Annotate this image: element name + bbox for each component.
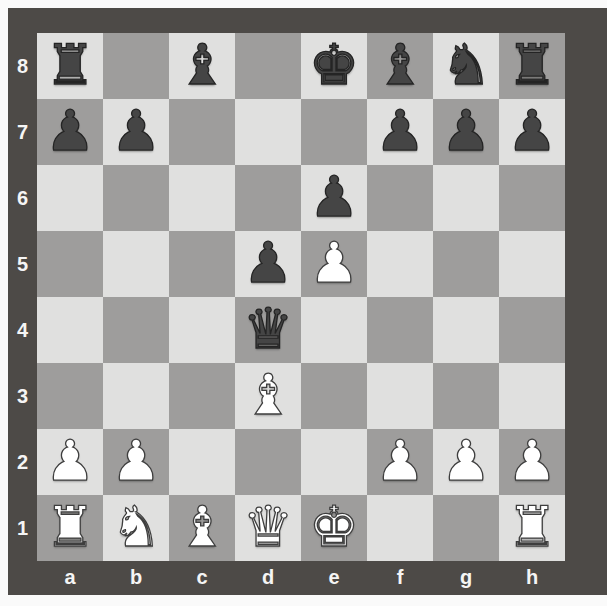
square-h8[interactable]: ♜ <box>499 33 565 99</box>
square-a6[interactable] <box>37 165 103 231</box>
rank-label-5: 5 <box>8 231 37 297</box>
square-c6[interactable] <box>169 165 235 231</box>
white-knight[interactable]: ♞ <box>103 495 169 561</box>
black-rook[interactable]: ♜ <box>499 33 565 99</box>
black-pawn[interactable]: ♟ <box>37 99 103 165</box>
black-pawn[interactable]: ♟ <box>235 231 301 297</box>
square-c3[interactable] <box>169 363 235 429</box>
square-g1[interactable] <box>433 495 499 561</box>
square-a1[interactable]: ♜ <box>37 495 103 561</box>
square-f3[interactable] <box>367 363 433 429</box>
white-bishop[interactable]: ♝ <box>235 363 301 429</box>
rank-label-6: 6 <box>8 165 37 231</box>
square-g7[interactable]: ♟ <box>433 99 499 165</box>
square-e5[interactable]: ♟ <box>301 231 367 297</box>
square-e6[interactable]: ♟ <box>301 165 367 231</box>
square-g4[interactable] <box>433 297 499 363</box>
rank-label-2: 2 <box>8 429 37 495</box>
square-f4[interactable] <box>367 297 433 363</box>
square-d6[interactable] <box>235 165 301 231</box>
black-king[interactable]: ♚ <box>301 33 367 99</box>
square-h5[interactable] <box>499 231 565 297</box>
white-pawn[interactable]: ♟ <box>433 429 499 495</box>
square-a3[interactable] <box>37 363 103 429</box>
square-b1[interactable]: ♞ <box>103 495 169 561</box>
file-label-a: a <box>37 561 103 595</box>
file-label-d: d <box>235 561 301 595</box>
file-label-e: e <box>301 561 367 595</box>
square-h6[interactable] <box>499 165 565 231</box>
square-a7[interactable]: ♟ <box>37 99 103 165</box>
file-coordinates: abcdefgh <box>37 561 565 595</box>
square-h3[interactable] <box>499 363 565 429</box>
square-b5[interactable] <box>103 231 169 297</box>
white-rook[interactable]: ♜ <box>37 495 103 561</box>
black-pawn[interactable]: ♟ <box>433 99 499 165</box>
white-pawn[interactable]: ♟ <box>37 429 103 495</box>
square-d8[interactable] <box>235 33 301 99</box>
square-f5[interactable] <box>367 231 433 297</box>
square-a8[interactable]: ♜ <box>37 33 103 99</box>
square-d2[interactable] <box>235 429 301 495</box>
square-c8[interactable]: ♝ <box>169 33 235 99</box>
square-g6[interactable] <box>433 165 499 231</box>
square-e2[interactable] <box>301 429 367 495</box>
square-f2[interactable]: ♟ <box>367 429 433 495</box>
square-c1[interactable]: ♝ <box>169 495 235 561</box>
black-pawn[interactable]: ♟ <box>367 99 433 165</box>
square-f6[interactable] <box>367 165 433 231</box>
file-label-c: c <box>169 561 235 595</box>
black-queen[interactable]: ♛ <box>235 297 301 363</box>
square-g3[interactable] <box>433 363 499 429</box>
square-f1[interactable] <box>367 495 433 561</box>
square-d5[interactable]: ♟ <box>235 231 301 297</box>
square-b3[interactable] <box>103 363 169 429</box>
rank-label-4: 4 <box>8 297 37 363</box>
square-b7[interactable]: ♟ <box>103 99 169 165</box>
square-d3[interactable]: ♝ <box>235 363 301 429</box>
square-a2[interactable]: ♟ <box>37 429 103 495</box>
square-d4[interactable]: ♛ <box>235 297 301 363</box>
rank-label-1: 1 <box>8 495 37 561</box>
file-label-f: f <box>367 561 433 595</box>
square-c4[interactable] <box>169 297 235 363</box>
square-d1[interactable]: ♛ <box>235 495 301 561</box>
square-b4[interactable] <box>103 297 169 363</box>
black-pawn[interactable]: ♟ <box>499 99 565 165</box>
file-label-h: h <box>499 561 565 595</box>
white-rook[interactable]: ♜ <box>499 495 565 561</box>
black-rook[interactable]: ♜ <box>37 33 103 99</box>
square-h4[interactable] <box>499 297 565 363</box>
rank-coordinates: 87654321 <box>8 33 37 561</box>
square-b8[interactable] <box>103 33 169 99</box>
white-pawn[interactable]: ♟ <box>367 429 433 495</box>
file-label-b: b <box>103 561 169 595</box>
chess-board: ♜♝♚♝♞♜♟♟♟♟♟♟♟♟♛♝♟♟♟♟♟♜♞♝♛♚♜ <box>37 33 565 561</box>
board-frame: ♜♝♚♝♞♜♟♟♟♟♟♟♟♟♛♝♟♟♟♟♟♜♞♝♛♚♜ 87654321 abc… <box>8 8 607 595</box>
black-knight[interactable]: ♞ <box>433 33 499 99</box>
square-f8[interactable]: ♝ <box>367 33 433 99</box>
white-pawn[interactable]: ♟ <box>103 429 169 495</box>
square-a4[interactable] <box>37 297 103 363</box>
white-bishop[interactable]: ♝ <box>169 495 235 561</box>
file-label-g: g <box>433 561 499 595</box>
square-g8[interactable]: ♞ <box>433 33 499 99</box>
rank-label-8: 8 <box>8 33 37 99</box>
black-pawn[interactable]: ♟ <box>103 99 169 165</box>
square-h2[interactable]: ♟ <box>499 429 565 495</box>
square-e8[interactable]: ♚ <box>301 33 367 99</box>
square-c5[interactable] <box>169 231 235 297</box>
square-c2[interactable] <box>169 429 235 495</box>
black-bishop[interactable]: ♝ <box>367 33 433 99</box>
square-c7[interactable] <box>169 99 235 165</box>
square-h7[interactable]: ♟ <box>499 99 565 165</box>
square-b2[interactable]: ♟ <box>103 429 169 495</box>
white-queen[interactable]: ♛ <box>235 495 301 561</box>
square-e4[interactable] <box>301 297 367 363</box>
square-e1[interactable]: ♚ <box>301 495 367 561</box>
white-pawn[interactable]: ♟ <box>301 231 367 297</box>
square-d7[interactable] <box>235 99 301 165</box>
black-pawn[interactable]: ♟ <box>301 165 367 231</box>
square-h1[interactable]: ♜ <box>499 495 565 561</box>
square-e7[interactable] <box>301 99 367 165</box>
square-b6[interactable] <box>103 165 169 231</box>
square-g2[interactable]: ♟ <box>433 429 499 495</box>
square-a5[interactable] <box>37 231 103 297</box>
black-bishop[interactable]: ♝ <box>169 33 235 99</box>
square-e3[interactable] <box>301 363 367 429</box>
white-king[interactable]: ♚ <box>301 495 367 561</box>
square-f7[interactable]: ♟ <box>367 99 433 165</box>
rank-label-3: 3 <box>8 363 37 429</box>
rank-label-7: 7 <box>8 99 37 165</box>
white-pawn[interactable]: ♟ <box>499 429 565 495</box>
square-g5[interactable] <box>433 231 499 297</box>
